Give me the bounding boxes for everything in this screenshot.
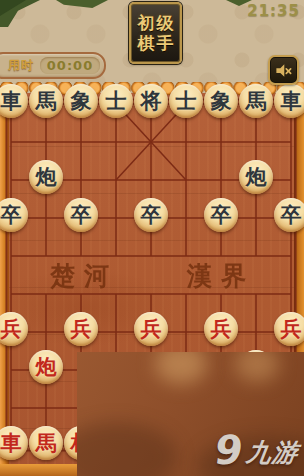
river-label-han: 漢界 <box>187 261 255 293</box>
mute-button[interactable] <box>268 55 299 85</box>
blur-overlay: 9 九游 <box>77 352 304 476</box>
xiangqi-piece-red[interactable]: 兵 <box>64 312 98 346</box>
xiangqi-piece-red[interactable]: 馬 <box>29 426 63 460</box>
xiangqi-piece-red[interactable]: 炮 <box>29 350 63 384</box>
muted-speaker-icon <box>274 61 293 80</box>
xiangqi-piece-black[interactable]: 象 <box>204 84 238 118</box>
jiuyou-logo-glyph: 9 <box>213 432 246 468</box>
xiangqi-piece-black[interactable]: 卒 <box>64 198 98 232</box>
xiangqi-piece-black[interactable]: 卒 <box>274 198 304 232</box>
xiangqi-piece-black[interactable]: 馬 <box>239 84 273 118</box>
xiangqi-piece-black[interactable]: 象 <box>64 84 98 118</box>
xiangqi-piece-black[interactable]: 馬 <box>29 84 63 118</box>
xiangqi-piece-black[interactable]: 車 <box>274 84 304 118</box>
xiangqi-piece-red[interactable]: 兵 <box>134 312 168 346</box>
xiangqi-piece-red[interactable]: 兵 <box>274 312 304 346</box>
jiuyou-watermark: 9 九游 <box>213 432 302 468</box>
blur-blob <box>235 352 279 382</box>
xiangqi-piece-black[interactable]: 士 <box>99 84 133 118</box>
xiangqi-piece-black[interactable]: 卒 <box>134 198 168 232</box>
xiangqi-piece-black[interactable]: 炮 <box>239 160 273 194</box>
xiangqi-piece-black[interactable]: 士 <box>169 84 203 118</box>
river-label-chu: 楚河 <box>50 261 118 293</box>
xiangqi-piece-black[interactable]: 卒 <box>204 198 238 232</box>
xiangqi-piece-black[interactable]: 将 <box>134 84 168 118</box>
blur-blob <box>77 422 177 476</box>
xiangqi-piece-red[interactable]: 兵 <box>204 312 238 346</box>
xiangqi-game-screen: 初级 棋手 21:35 用时 00:00 楚河 漢界 車馬象士将士象馬車炮炮卒卒… <box>0 0 304 476</box>
xiangqi-piece-black[interactable]: 炮 <box>29 160 63 194</box>
jiuyou-logo-text: 九游 <box>244 438 300 468</box>
blur-blob <box>155 352 207 384</box>
